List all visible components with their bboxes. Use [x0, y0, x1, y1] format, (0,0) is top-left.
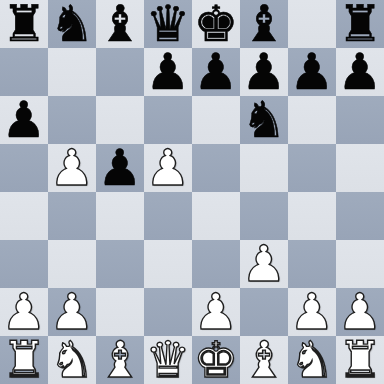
black-queen[interactable]: ♛	[144, 0, 192, 48]
square-h8[interactable]: ♜	[336, 0, 384, 48]
square-d3[interactable]	[144, 240, 192, 288]
white-bishop[interactable]: ♝	[96, 336, 144, 384]
square-e8[interactable]: ♚	[192, 0, 240, 48]
square-b6[interactable]	[48, 96, 96, 144]
square-g7[interactable]: ♟	[288, 48, 336, 96]
square-b2[interactable]: ♟	[48, 288, 96, 336]
square-b8[interactable]: ♞	[48, 0, 96, 48]
square-a7[interactable]	[0, 48, 48, 96]
black-pawn[interactable]: ♟	[0, 96, 48, 144]
square-h5[interactable]	[336, 144, 384, 192]
square-d8[interactable]: ♛	[144, 0, 192, 48]
white-pawn[interactable]: ♟	[0, 288, 48, 336]
black-pawn[interactable]: ♟	[192, 48, 240, 96]
square-f2[interactable]	[240, 288, 288, 336]
square-d7[interactable]: ♟	[144, 48, 192, 96]
black-rook[interactable]: ♜	[0, 0, 48, 48]
black-pawn[interactable]: ♟	[288, 48, 336, 96]
square-g5[interactable]	[288, 144, 336, 192]
white-rook[interactable]: ♜	[0, 336, 48, 384]
white-bishop[interactable]: ♝	[240, 336, 288, 384]
square-e6[interactable]	[192, 96, 240, 144]
white-queen[interactable]: ♛	[144, 336, 192, 384]
white-knight[interactable]: ♞	[48, 336, 96, 384]
square-e4[interactable]	[192, 192, 240, 240]
square-f1[interactable]: ♝	[240, 336, 288, 384]
square-b3[interactable]	[48, 240, 96, 288]
square-h3[interactable]	[336, 240, 384, 288]
square-b4[interactable]	[48, 192, 96, 240]
chess-board: ♜♞♝♛♚♝♜♟♟♟♟♟♟♞♟♟♟♟♟♟♟♟♟♜♞♝♛♚♝♞♜	[0, 0, 384, 384]
square-b5[interactable]: ♟	[48, 144, 96, 192]
black-bishop[interactable]: ♝	[240, 0, 288, 48]
square-a2[interactable]: ♟	[0, 288, 48, 336]
square-c8[interactable]: ♝	[96, 0, 144, 48]
square-d5[interactable]: ♟	[144, 144, 192, 192]
square-a3[interactable]	[0, 240, 48, 288]
square-a6[interactable]: ♟	[0, 96, 48, 144]
black-knight[interactable]: ♞	[240, 96, 288, 144]
black-pawn[interactable]: ♟	[96, 144, 144, 192]
square-d2[interactable]	[144, 288, 192, 336]
square-e3[interactable]	[192, 240, 240, 288]
square-c4[interactable]	[96, 192, 144, 240]
white-pawn[interactable]: ♟	[288, 288, 336, 336]
black-knight[interactable]: ♞	[48, 0, 96, 48]
black-pawn[interactable]: ♟	[336, 48, 384, 96]
black-rook[interactable]: ♜	[336, 0, 384, 48]
square-d1[interactable]: ♛	[144, 336, 192, 384]
white-king[interactable]: ♚	[192, 336, 240, 384]
square-g3[interactable]	[288, 240, 336, 288]
black-king[interactable]: ♚	[192, 0, 240, 48]
square-f6[interactable]: ♞	[240, 96, 288, 144]
square-a8[interactable]: ♜	[0, 0, 48, 48]
square-a5[interactable]	[0, 144, 48, 192]
square-h6[interactable]	[336, 96, 384, 144]
square-h1[interactable]: ♜	[336, 336, 384, 384]
square-g4[interactable]	[288, 192, 336, 240]
square-b1[interactable]: ♞	[48, 336, 96, 384]
white-pawn[interactable]: ♟	[336, 288, 384, 336]
square-f7[interactable]: ♟	[240, 48, 288, 96]
white-pawn[interactable]: ♟	[144, 144, 192, 192]
square-c1[interactable]: ♝	[96, 336, 144, 384]
square-g8[interactable]	[288, 0, 336, 48]
square-f8[interactable]: ♝	[240, 0, 288, 48]
black-pawn[interactable]: ♟	[144, 48, 192, 96]
square-e5[interactable]	[192, 144, 240, 192]
black-bishop[interactable]: ♝	[96, 0, 144, 48]
square-c7[interactable]	[96, 48, 144, 96]
square-g6[interactable]	[288, 96, 336, 144]
square-g2[interactable]: ♟	[288, 288, 336, 336]
square-c2[interactable]	[96, 288, 144, 336]
square-e1[interactable]: ♚	[192, 336, 240, 384]
square-f4[interactable]	[240, 192, 288, 240]
white-knight[interactable]: ♞	[288, 336, 336, 384]
white-pawn[interactable]: ♟	[240, 240, 288, 288]
square-e7[interactable]: ♟	[192, 48, 240, 96]
square-d6[interactable]	[144, 96, 192, 144]
square-a1[interactable]: ♜	[0, 336, 48, 384]
square-b7[interactable]	[48, 48, 96, 96]
square-d4[interactable]	[144, 192, 192, 240]
square-g1[interactable]: ♞	[288, 336, 336, 384]
square-a4[interactable]	[0, 192, 48, 240]
square-e2[interactable]: ♟	[192, 288, 240, 336]
square-f3[interactable]: ♟	[240, 240, 288, 288]
white-rook[interactable]: ♜	[336, 336, 384, 384]
square-c5[interactable]: ♟	[96, 144, 144, 192]
white-pawn[interactable]: ♟	[48, 144, 96, 192]
square-c3[interactable]	[96, 240, 144, 288]
white-pawn[interactable]: ♟	[192, 288, 240, 336]
square-f5[interactable]	[240, 144, 288, 192]
square-h4[interactable]	[336, 192, 384, 240]
white-pawn[interactable]: ♟	[48, 288, 96, 336]
black-pawn[interactable]: ♟	[240, 48, 288, 96]
square-h7[interactable]: ♟	[336, 48, 384, 96]
square-h2[interactable]: ♟	[336, 288, 384, 336]
square-c6[interactable]	[96, 96, 144, 144]
